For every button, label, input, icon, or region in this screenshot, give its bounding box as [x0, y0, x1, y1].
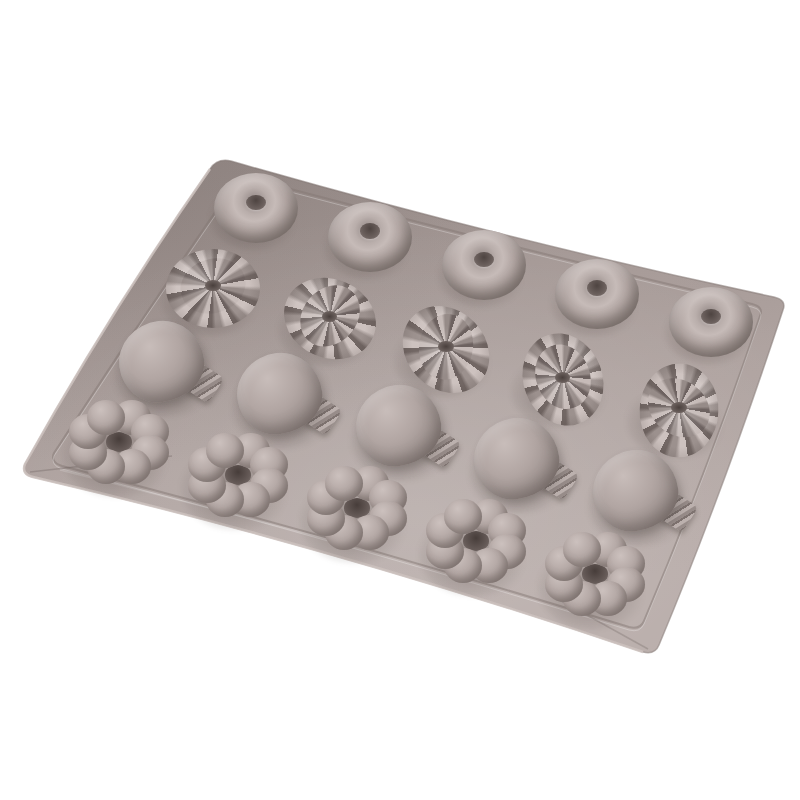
- cavity-flower-r4c2: [187, 430, 290, 520]
- swirl-hole: [438, 341, 453, 352]
- cavity-donut-r1c4: [555, 259, 639, 329]
- cavity-donut-r1c3: [442, 230, 526, 300]
- cavity-heart-r3c4: [474, 416, 571, 504]
- swirl-hole: [555, 372, 570, 383]
- flower-ball: [325, 466, 363, 501]
- cavity-heart-r3c5: [593, 448, 690, 536]
- cavity-swirl-r2c3: [399, 310, 493, 389]
- cavity-swirl-r2c2: [283, 279, 377, 358]
- swirl-hole: [671, 402, 686, 413]
- flower-ball: [563, 532, 601, 567]
- cavity-flower-r4c4: [425, 496, 528, 586]
- swirl-hole: [322, 311, 337, 322]
- donut-hole: [587, 280, 607, 295]
- cavity-swirl-r2c4: [516, 340, 610, 419]
- product-photo-stage: [0, 0, 800, 800]
- donut-hole: [474, 252, 494, 267]
- cavity-donut-r1c1: [214, 173, 298, 243]
- cavity-flower-r4c3: [306, 463, 409, 553]
- flower-ball: [206, 433, 244, 468]
- cavity-flower-r4c5: [544, 529, 647, 619]
- flower-ball: [87, 400, 125, 435]
- cavity-heart-r3c3: [356, 384, 453, 472]
- donut-hole: [246, 195, 266, 210]
- donut-hole: [360, 223, 380, 238]
- cavity-swirl-r2c5: [632, 371, 726, 450]
- cavity-heart-r3c2: [237, 351, 334, 439]
- cavity-heart-r3c1: [119, 319, 216, 407]
- cavity-swirl-r2c1: [166, 249, 260, 328]
- cavity-donut-r1c2: [328, 202, 412, 272]
- swirl-hole: [205, 280, 220, 291]
- cavity-donut-r1c5: [669, 287, 753, 357]
- cavity-flower-r4c1: [68, 397, 171, 487]
- flower-ball: [444, 499, 482, 534]
